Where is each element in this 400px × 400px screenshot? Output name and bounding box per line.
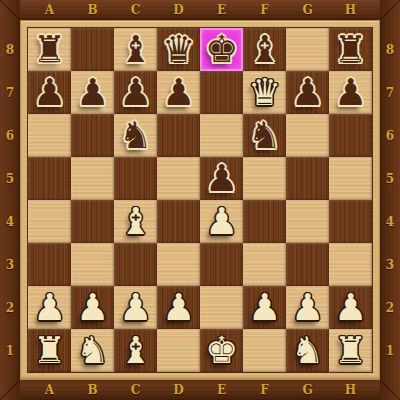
file-label-bottom-e: E — [200, 380, 243, 400]
square-f8[interactable]: ♝ — [243, 28, 286, 71]
piece-white-knight-g1[interactable]: ♞ — [286, 329, 329, 372]
piece-black-pawn-h7[interactable]: ♟ — [329, 71, 372, 114]
piece-white-pawn-f2[interactable]: ♟ — [243, 286, 286, 329]
file-label-top-h: H — [329, 0, 372, 20]
square-b3[interactable] — [71, 243, 114, 286]
piece-black-queen-d8[interactable]: ♛ — [157, 28, 200, 71]
piece-white-pawn-b2[interactable]: ♟ — [71, 286, 114, 329]
piece-black-king-e8[interactable]: ♚ — [200, 28, 243, 71]
rank-label-left-6: 6 — [0, 114, 20, 157]
square-c3[interactable] — [114, 243, 157, 286]
square-g8[interactable] — [286, 28, 329, 71]
square-d8[interactable]: ♛ — [157, 28, 200, 71]
rank-label-right-6: 6 — [380, 114, 400, 157]
square-a4[interactable] — [28, 200, 71, 243]
square-d1[interactable] — [157, 329, 200, 372]
piece-black-pawn-a7[interactable]: ♟ — [28, 71, 71, 114]
piece-black-bishop-f8[interactable]: ♝ — [243, 28, 286, 71]
square-d5[interactable] — [157, 157, 200, 200]
rank-label-left-8: 8 — [0, 28, 20, 71]
square-c4[interactable]: ♝ — [114, 200, 157, 243]
square-d6[interactable] — [157, 114, 200, 157]
square-d7[interactable]: ♟ — [157, 71, 200, 114]
file-labels-bottom: ABCDEFGH — [28, 380, 372, 400]
file-label-top-g: G — [286, 0, 329, 20]
piece-white-pawn-c2[interactable]: ♟ — [114, 286, 157, 329]
file-label-bottom-g: G — [286, 380, 329, 400]
square-g4[interactable] — [286, 200, 329, 243]
square-f7[interactable]: ♛ — [243, 71, 286, 114]
square-e5[interactable]: ♟ — [200, 157, 243, 200]
square-d3[interactable] — [157, 243, 200, 286]
file-label-top-f: F — [243, 0, 286, 20]
square-c2[interactable]: ♟ — [114, 286, 157, 329]
square-a5[interactable] — [28, 157, 71, 200]
square-h6[interactable] — [329, 114, 372, 157]
rank-labels-left: 87654321 — [0, 28, 20, 372]
chess-app-window: ABCDEFGH ABCDEFGH 87654321 87654321 ♜♝♛♚… — [0, 0, 400, 400]
piece-black-knight-c6[interactable]: ♞ — [114, 114, 157, 157]
frame-corner-seam-top-right — [380, 0, 400, 20]
square-a7[interactable]: ♟ — [28, 71, 71, 114]
square-f5[interactable] — [243, 157, 286, 200]
piece-white-pawn-h2[interactable]: ♟ — [329, 286, 372, 329]
rank-label-right-7: 7 — [380, 71, 400, 114]
square-h3[interactable] — [329, 243, 372, 286]
piece-black-pawn-e5[interactable]: ♟ — [200, 157, 243, 200]
square-b6[interactable] — [71, 114, 114, 157]
square-e7[interactable] — [200, 71, 243, 114]
rank-label-right-5: 5 — [380, 157, 400, 200]
rank-label-left-1: 1 — [0, 329, 20, 372]
piece-white-bishop-c4[interactable]: ♝ — [114, 200, 157, 243]
square-b8[interactable] — [71, 28, 114, 71]
square-d2[interactable]: ♟ — [157, 286, 200, 329]
frame-corner-seam-top-left — [0, 0, 20, 20]
square-g3[interactable] — [286, 243, 329, 286]
square-a6[interactable] — [28, 114, 71, 157]
square-h8[interactable]: ♜ — [329, 28, 372, 71]
square-d4[interactable] — [157, 200, 200, 243]
square-g2[interactable]: ♟ — [286, 286, 329, 329]
square-e3[interactable] — [200, 243, 243, 286]
chess-board: ♜♝♛♚♝♜♟♟♟♟♛♟♟♞♞♟♝♟♟♟♟♟♟♟♟♜♞♝♚♞♜ — [28, 28, 372, 372]
file-label-top-b: B — [71, 0, 114, 20]
piece-white-pawn-e4[interactable]: ♟ — [200, 200, 243, 243]
file-label-bottom-b: B — [71, 380, 114, 400]
piece-black-rook-h8[interactable]: ♜ — [329, 28, 372, 71]
rank-labels-right: 87654321 — [380, 28, 400, 372]
rank-label-left-7: 7 — [0, 71, 20, 114]
piece-white-queen-f7[interactable]: ♛ — [243, 71, 286, 114]
square-g1[interactable]: ♞ — [286, 329, 329, 372]
square-g5[interactable] — [286, 157, 329, 200]
file-labels-top: ABCDEFGH — [28, 0, 372, 20]
square-g6[interactable] — [286, 114, 329, 157]
rank-label-left-2: 2 — [0, 286, 20, 329]
piece-white-knight-b1[interactable]: ♞ — [71, 329, 114, 372]
piece-white-pawn-g2[interactable]: ♟ — [286, 286, 329, 329]
square-e1[interactable]: ♚ — [200, 329, 243, 372]
file-label-bottom-a: A — [28, 380, 71, 400]
square-c6[interactable]: ♞ — [114, 114, 157, 157]
square-c8[interactable]: ♝ — [114, 28, 157, 71]
square-b4[interactable] — [71, 200, 114, 243]
rank-label-right-2: 2 — [380, 286, 400, 329]
square-b2[interactable]: ♟ — [71, 286, 114, 329]
square-e8[interactable]: ♚ — [200, 28, 243, 71]
square-f4[interactable] — [243, 200, 286, 243]
square-h4[interactable] — [329, 200, 372, 243]
rank-label-left-4: 4 — [0, 200, 20, 243]
file-label-top-e: E — [200, 0, 243, 20]
piece-black-pawn-g7[interactable]: ♟ — [286, 71, 329, 114]
file-label-bottom-d: D — [157, 380, 200, 400]
square-e4[interactable]: ♟ — [200, 200, 243, 243]
piece-white-pawn-d2[interactable]: ♟ — [157, 286, 200, 329]
piece-black-pawn-d7[interactable]: ♟ — [157, 71, 200, 114]
piece-black-rook-a8[interactable]: ♜ — [28, 28, 71, 71]
square-b5[interactable] — [71, 157, 114, 200]
square-e6[interactable] — [200, 114, 243, 157]
square-c5[interactable] — [114, 157, 157, 200]
square-e2[interactable] — [200, 286, 243, 329]
rank-label-left-3: 3 — [0, 243, 20, 286]
square-a2[interactable]: ♟ — [28, 286, 71, 329]
piece-black-pawn-c7[interactable]: ♟ — [114, 71, 157, 114]
square-c7[interactable]: ♟ — [114, 71, 157, 114]
rank-label-right-4: 4 — [380, 200, 400, 243]
rank-label-right-3: 3 — [380, 243, 400, 286]
square-h2[interactable]: ♟ — [329, 286, 372, 329]
square-f6[interactable]: ♞ — [243, 114, 286, 157]
file-label-top-a: A — [28, 0, 71, 20]
piece-black-pawn-b7[interactable]: ♟ — [71, 71, 114, 114]
piece-white-pawn-a2[interactable]: ♟ — [28, 286, 71, 329]
square-b7[interactable]: ♟ — [71, 71, 114, 114]
piece-white-bishop-c1[interactable]: ♝ — [114, 329, 157, 372]
square-a3[interactable] — [28, 243, 71, 286]
frame-corner-seam-bottom-left — [0, 380, 20, 400]
rank-label-right-1: 1 — [380, 329, 400, 372]
rank-label-right-8: 8 — [380, 28, 400, 71]
piece-white-rook-h1[interactable]: ♜ — [329, 329, 372, 372]
piece-black-bishop-c8[interactable]: ♝ — [114, 28, 157, 71]
piece-white-king-e1[interactable]: ♚ — [200, 329, 243, 372]
rank-label-left-5: 5 — [0, 157, 20, 200]
square-g7[interactable]: ♟ — [286, 71, 329, 114]
file-label-bottom-h: H — [329, 380, 372, 400]
piece-white-rook-a1[interactable]: ♜ — [28, 329, 71, 372]
frame-corner-seam-bottom-right — [380, 380, 400, 400]
square-f3[interactable] — [243, 243, 286, 286]
square-b1[interactable]: ♞ — [71, 329, 114, 372]
file-label-top-d: D — [157, 0, 200, 20]
square-h5[interactable] — [329, 157, 372, 200]
square-h7[interactable]: ♟ — [329, 71, 372, 114]
square-h1[interactable]: ♜ — [329, 329, 372, 372]
square-f2[interactable]: ♟ — [243, 286, 286, 329]
file-label-top-c: C — [114, 0, 157, 20]
square-f1[interactable] — [243, 329, 286, 372]
file-label-bottom-f: F — [243, 380, 286, 400]
piece-black-knight-f6[interactable]: ♞ — [243, 114, 286, 157]
square-a8[interactable]: ♜ — [28, 28, 71, 71]
file-label-bottom-c: C — [114, 380, 157, 400]
square-a1[interactable]: ♜ — [28, 329, 71, 372]
square-c1[interactable]: ♝ — [114, 329, 157, 372]
